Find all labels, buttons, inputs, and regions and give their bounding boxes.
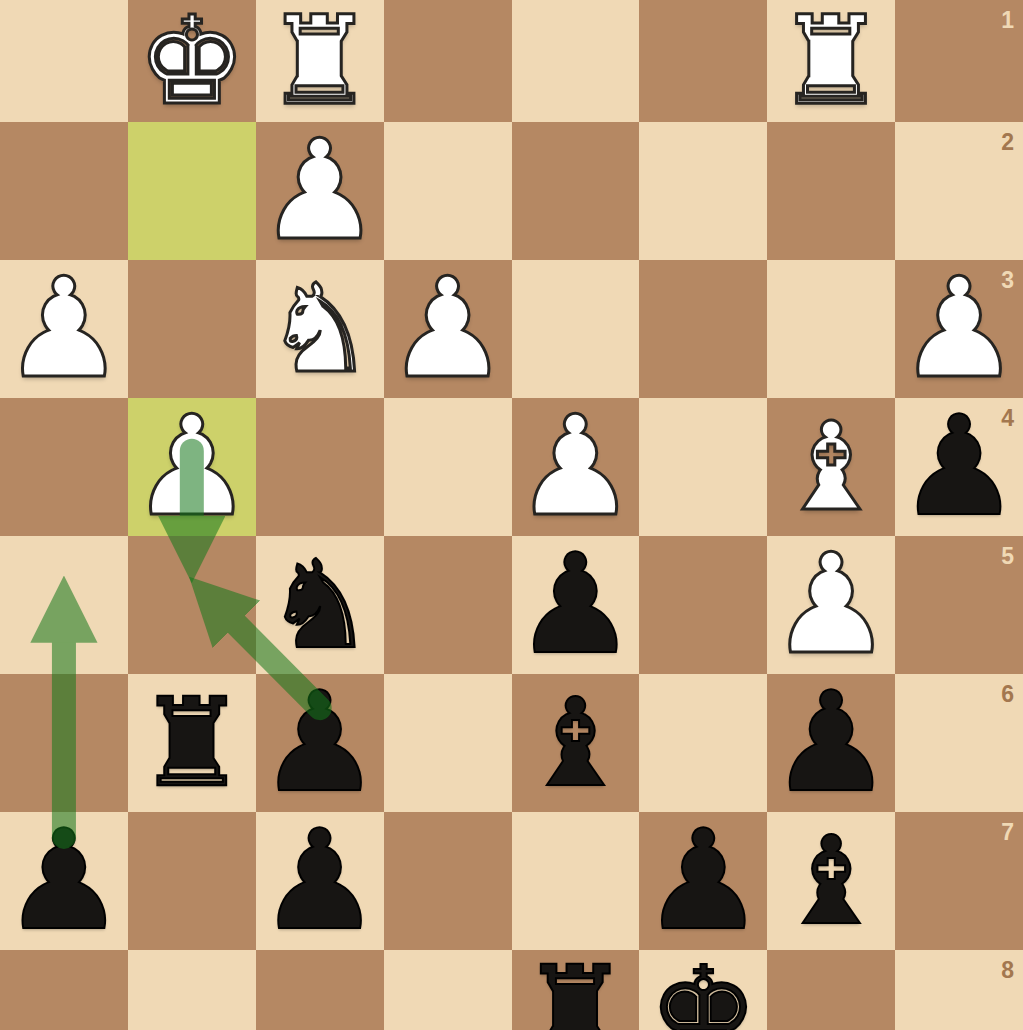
square-h7[interactable]: ♟: [0, 812, 128, 950]
square-e8[interactable]: e: [384, 950, 512, 1030]
square-a3[interactable]: ♟3: [895, 260, 1023, 398]
square-g4[interactable]: ♟: [128, 398, 256, 536]
board-squares: ♚♜♜1♟2♟♞♟♟3♟♟♝♟4♞♟♟5♜♟♝♟6♟♟♟♝7hgfe♜d♚cb8…: [0, 0, 1023, 1030]
square-d5[interactable]: ♟: [512, 536, 640, 674]
rank-label-6: 6: [1001, 681, 1014, 708]
square-h3[interactable]: ♟: [0, 260, 128, 398]
square-g3[interactable]: [128, 260, 256, 398]
piece-white-rook[interactable]: ♜: [256, 0, 384, 122]
square-c5[interactable]: [639, 536, 767, 674]
piece-white-pawn[interactable]: ♟: [128, 398, 256, 536]
square-f4[interactable]: [256, 398, 384, 536]
square-e1[interactable]: [384, 0, 512, 122]
square-d3[interactable]: [512, 260, 640, 398]
piece-white-rook[interactable]: ♜: [767, 0, 895, 122]
piece-white-pawn[interactable]: ♟: [256, 122, 384, 260]
square-e4[interactable]: [384, 398, 512, 536]
square-g7[interactable]: [128, 812, 256, 950]
square-f7[interactable]: ♟: [256, 812, 384, 950]
square-g2[interactable]: [128, 122, 256, 260]
piece-white-pawn[interactable]: ♟: [0, 260, 128, 398]
piece-black-pawn[interactable]: ♟: [767, 674, 895, 812]
square-b2[interactable]: [767, 122, 895, 260]
square-f1[interactable]: ♜: [256, 0, 384, 122]
chess-board: ♚♜♜1♟2♟♞♟♟3♟♟♝♟4♞♟♟5♜♟♝♟6♟♟♟♝7hgfe♜d♚cb8…: [0, 0, 1023, 1030]
square-b8[interactable]: b: [767, 950, 895, 1030]
piece-white-king[interactable]: ♚: [128, 0, 256, 122]
rank-label-2: 2: [1001, 129, 1014, 156]
square-e7[interactable]: [384, 812, 512, 950]
square-a5[interactable]: 5: [895, 536, 1023, 674]
piece-black-pawn[interactable]: ♟: [256, 674, 384, 812]
piece-black-pawn[interactable]: ♟: [512, 536, 640, 674]
piece-white-pawn[interactable]: ♟: [895, 260, 1023, 398]
square-b4[interactable]: ♝: [767, 398, 895, 536]
piece-black-bishop[interactable]: ♝: [512, 674, 640, 812]
piece-black-king[interactable]: ♚: [639, 950, 767, 1030]
square-a7[interactable]: 7: [895, 812, 1023, 950]
square-b5[interactable]: ♟: [767, 536, 895, 674]
square-a2[interactable]: 2: [895, 122, 1023, 260]
square-f5[interactable]: ♞: [256, 536, 384, 674]
square-c2[interactable]: [639, 122, 767, 260]
square-d2[interactable]: [512, 122, 640, 260]
square-d4[interactable]: ♟: [512, 398, 640, 536]
square-d1[interactable]: [512, 0, 640, 122]
piece-white-knight[interactable]: ♞: [256, 260, 384, 398]
square-d8[interactable]: ♜d: [512, 950, 640, 1030]
square-d6[interactable]: ♝: [512, 674, 640, 812]
rank-label-1: 1: [1001, 7, 1014, 34]
piece-white-bishop[interactable]: ♝: [767, 398, 895, 536]
piece-black-rook[interactable]: ♜: [128, 674, 256, 812]
square-a1[interactable]: 1: [895, 0, 1023, 122]
square-h2[interactable]: [0, 122, 128, 260]
square-c6[interactable]: [639, 674, 767, 812]
piece-black-knight[interactable]: ♞: [256, 536, 384, 674]
square-c7[interactable]: ♟: [639, 812, 767, 950]
piece-black-rook[interactable]: ♜: [512, 950, 640, 1030]
square-c3[interactable]: [639, 260, 767, 398]
rank-label-5: 5: [1001, 543, 1014, 570]
rank-label-8: 8: [1001, 957, 1014, 984]
piece-white-pawn[interactable]: ♟: [767, 536, 895, 674]
square-f3[interactable]: ♞: [256, 260, 384, 398]
square-h5[interactable]: [0, 536, 128, 674]
square-f6[interactable]: ♟: [256, 674, 384, 812]
square-b1[interactable]: ♜: [767, 0, 895, 122]
piece-black-pawn[interactable]: ♟: [256, 812, 384, 950]
piece-white-pawn[interactable]: ♟: [512, 398, 640, 536]
square-b3[interactable]: [767, 260, 895, 398]
square-c1[interactable]: [639, 0, 767, 122]
square-g8[interactable]: g: [128, 950, 256, 1030]
square-d7[interactable]: [512, 812, 640, 950]
square-g1[interactable]: ♚: [128, 0, 256, 122]
square-h8[interactable]: h: [0, 950, 128, 1030]
square-g5[interactable]: [128, 536, 256, 674]
square-e2[interactable]: [384, 122, 512, 260]
piece-black-bishop[interactable]: ♝: [767, 812, 895, 950]
square-c8[interactable]: ♚c: [639, 950, 767, 1030]
piece-white-pawn[interactable]: ♟: [384, 260, 512, 398]
piece-black-pawn[interactable]: ♟: [895, 398, 1023, 536]
piece-black-pawn[interactable]: ♟: [639, 812, 767, 950]
square-e5[interactable]: [384, 536, 512, 674]
square-a8[interactable]: 8a: [895, 950, 1023, 1030]
square-b7[interactable]: ♝: [767, 812, 895, 950]
rank-label-7: 7: [1001, 819, 1014, 846]
piece-black-pawn[interactable]: ♟: [0, 812, 128, 950]
square-f8[interactable]: f: [256, 950, 384, 1030]
square-h4[interactable]: [0, 398, 128, 536]
square-a6[interactable]: 6: [895, 674, 1023, 812]
square-e3[interactable]: ♟: [384, 260, 512, 398]
square-g6[interactable]: ♜: [128, 674, 256, 812]
square-c4[interactable]: [639, 398, 767, 536]
square-a4[interactable]: ♟4: [895, 398, 1023, 536]
square-e6[interactable]: [384, 674, 512, 812]
square-f2[interactable]: ♟: [256, 122, 384, 260]
square-h1[interactable]: [0, 0, 128, 122]
square-h6[interactable]: [0, 674, 128, 812]
square-b6[interactable]: ♟: [767, 674, 895, 812]
